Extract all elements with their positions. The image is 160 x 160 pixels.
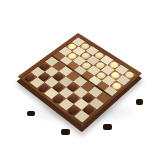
board-scene: ⛀⛀⛀⛀⛀⛀⛀⛀⛀⛀⛀⛀⛂⛂⛂⛂⛂⛂⛂⛂⛂⛂⛂⛂ [0,0,160,160]
board-foot [61,129,70,135]
board-foot [103,124,112,130]
board-foot [27,111,35,116]
board-foot [136,99,143,105]
